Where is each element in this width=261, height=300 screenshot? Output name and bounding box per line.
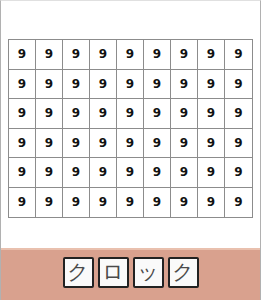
grid-cell: 9: [9, 99, 36, 129]
grid-cell: 9: [198, 40, 225, 70]
grid-cell: 9: [171, 158, 198, 188]
grid-cell: 9: [144, 129, 171, 159]
grid-cell: 9: [117, 129, 144, 159]
number-grid: 9999999999999999999999999999999999999999…: [8, 39, 253, 218]
grid-cell: 9: [9, 188, 36, 218]
grid-cell: 9: [90, 158, 117, 188]
answer-bar: クロック: [1, 248, 260, 300]
grid-cell: 9: [90, 99, 117, 129]
grid-cell: 9: [144, 70, 171, 100]
grid-cell: 9: [63, 70, 90, 100]
grid-cell: 9: [63, 40, 90, 70]
grid-cell: 9: [144, 99, 171, 129]
grid-cell: 9: [225, 40, 252, 70]
grid-cell: 9: [63, 129, 90, 159]
answer-tile[interactable]: ロ: [98, 257, 129, 288]
grid-cell: 9: [225, 188, 252, 218]
grid-cell: 9: [36, 40, 63, 70]
grid-cell: 9: [171, 40, 198, 70]
grid-cell: 9: [225, 158, 252, 188]
grid-cell: 9: [117, 40, 144, 70]
grid-cell: 9: [198, 188, 225, 218]
answer-tile[interactable]: ク: [63, 257, 94, 288]
grid-cell: 9: [117, 99, 144, 129]
grid-cell: 9: [63, 158, 90, 188]
grid-cell: 9: [144, 188, 171, 218]
grid-cell: 9: [171, 188, 198, 218]
grid-cell: 9: [144, 158, 171, 188]
grid-cell: 9: [144, 40, 171, 70]
grid-cell: 9: [36, 129, 63, 159]
grid-cell: 9: [90, 70, 117, 100]
grid-cell: 9: [198, 70, 225, 100]
grid-cell: 9: [225, 99, 252, 129]
grid-cell: 9: [90, 40, 117, 70]
answer-tile[interactable]: ク: [168, 257, 199, 288]
grid-cell: 9: [171, 99, 198, 129]
grid-cell: 9: [9, 129, 36, 159]
grid-cell: 9: [36, 158, 63, 188]
grid-cell: 9: [198, 129, 225, 159]
grid-cell: 9: [9, 70, 36, 100]
grid-cell: 9: [225, 129, 252, 159]
grid-cell: 9: [171, 129, 198, 159]
grid-cell: 9: [198, 99, 225, 129]
grid-cell: 9: [225, 70, 252, 100]
grid-cell: 9: [117, 70, 144, 100]
grid-cell: 9: [198, 158, 225, 188]
grid-cell: 9: [90, 188, 117, 218]
grid-cell: 9: [9, 40, 36, 70]
grid-cell: 9: [63, 99, 90, 129]
answer-tiles: クロック: [1, 257, 260, 288]
grid-cell: 9: [117, 158, 144, 188]
answer-tile[interactable]: ッ: [133, 257, 164, 288]
grid-cell: 9: [117, 188, 144, 218]
grid-cell: 9: [9, 158, 36, 188]
grid-cell: 9: [63, 188, 90, 218]
grid-cell: 9: [90, 129, 117, 159]
app-screen: 9999999999999999999999999999999999999999…: [0, 0, 261, 300]
grid-cell: 9: [36, 99, 63, 129]
grid-cell: 9: [36, 70, 63, 100]
grid-cell: 9: [36, 188, 63, 218]
grid-cell: 9: [171, 70, 198, 100]
